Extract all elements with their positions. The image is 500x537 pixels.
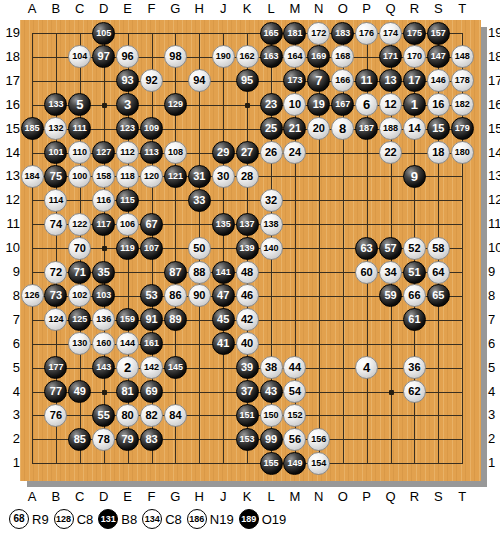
stone-D19[interactable]: 105: [92, 22, 115, 45]
stone-P15[interactable]: 187: [355, 117, 378, 140]
row-label-left-8: 8: [2, 288, 20, 304]
stone-M5[interactable]: 44: [283, 356, 306, 379]
col-label-top-M: M: [283, 1, 307, 16]
stone-Q16[interactable]: 12: [379, 93, 402, 116]
stone-R8[interactable]: 66: [403, 284, 426, 307]
stone-F17[interactable]: 92: [140, 69, 163, 92]
stone-G18[interactable]: 98: [164, 45, 187, 68]
stone-G13[interactable]: 121: [164, 165, 187, 188]
stone-K17[interactable]: 95: [236, 69, 259, 92]
row-label-left-1: 1: [2, 455, 20, 471]
stone-C18[interactable]: 104: [68, 45, 91, 68]
col-label-top-A: A: [20, 1, 44, 16]
stone-R16[interactable]: 1: [403, 93, 426, 116]
col-label-top-T: T: [450, 1, 474, 16]
row-label-left-11: 11: [2, 216, 20, 232]
col-label-top-K: K: [235, 1, 259, 16]
stone-E4[interactable]: 81: [116, 380, 139, 403]
stone-D18[interactable]: 97: [92, 45, 115, 68]
row-label-right-16: 16: [488, 97, 500, 113]
stone-O18[interactable]: 168: [331, 45, 354, 68]
stone-E16[interactable]: 3: [116, 93, 139, 116]
stone-D6[interactable]: 160: [92, 332, 115, 355]
row-label-right-5: 5: [488, 360, 500, 376]
row-label-right-9: 9: [488, 264, 500, 280]
col-label-bottom-G: G: [163, 489, 187, 504]
stone-K9[interactable]: 48: [236, 261, 259, 284]
col-label-bottom-N: N: [307, 489, 331, 504]
stone-K10[interactable]: 139: [236, 237, 259, 260]
row-label-right-4: 4: [488, 384, 500, 400]
col-label-bottom-H: H: [187, 489, 211, 504]
row-label-left-6: 6: [2, 336, 20, 352]
stone-G5[interactable]: 145: [164, 356, 187, 379]
caption-move: 134C8: [142, 509, 182, 529]
stone-L19[interactable]: 165: [260, 22, 283, 45]
stone-C7[interactable]: 125: [68, 308, 91, 331]
stone-R19[interactable]: 175: [403, 22, 426, 45]
stone-K18[interactable]: 162: [236, 45, 259, 68]
row-label-right-6: 6: [488, 336, 500, 352]
stone-E15[interactable]: 123: [116, 117, 139, 140]
stone-E17[interactable]: 93: [116, 69, 139, 92]
col-label-bottom-T: T: [450, 489, 474, 504]
white-stone-badge: 134: [142, 509, 162, 529]
stone-T16[interactable]: 182: [451, 93, 474, 116]
stone-F13[interactable]: 120: [140, 165, 163, 188]
stone-E12[interactable]: 115: [116, 189, 139, 212]
stone-M14[interactable]: 24: [283, 141, 306, 164]
stone-K8[interactable]: 46: [236, 284, 259, 307]
stone-A15[interactable]: 185: [21, 117, 44, 140]
col-label-top-S: S: [426, 1, 450, 16]
stone-J13[interactable]: 30: [212, 165, 235, 188]
row-label-right-12: 12: [488, 192, 500, 208]
row-label-right-1: 1: [488, 455, 500, 471]
stone-G14[interactable]: 108: [164, 141, 187, 164]
stone-S18[interactable]: 147: [427, 45, 450, 68]
stone-F10[interactable]: 107: [140, 237, 163, 260]
col-label-top-F: F: [140, 1, 164, 16]
stone-S10[interactable]: 58: [427, 237, 450, 260]
stone-O19[interactable]: 183: [331, 22, 354, 45]
col-label-top-Q: Q: [379, 1, 403, 16]
stone-J14[interactable]: 29: [212, 141, 235, 164]
stone-E6[interactable]: 144: [116, 332, 139, 355]
row-label-right-14: 14: [488, 145, 500, 161]
stone-L3[interactable]: 150: [260, 404, 283, 427]
move-annotations: 68R9128C8131B8134C8186N19189O19: [9, 506, 286, 532]
stone-C14[interactable]: 110: [68, 141, 91, 164]
col-label-bottom-R: R: [402, 489, 426, 504]
stone-C6[interactable]: 130: [68, 332, 91, 355]
row-label-right-13: 13: [488, 168, 500, 184]
stone-F15[interactable]: 109: [140, 117, 163, 140]
black-stone-badge: 189: [239, 509, 259, 529]
col-label-bottom-L: L: [259, 489, 283, 504]
stone-P5[interactable]: 4: [355, 356, 378, 379]
stone-M17[interactable]: 173: [283, 69, 306, 92]
stone-E18[interactable]: 96: [116, 45, 139, 68]
stone-M18[interactable]: 164: [283, 45, 306, 68]
stone-F8[interactable]: 53: [140, 284, 163, 307]
stone-C13[interactable]: 100: [68, 165, 91, 188]
col-label-bottom-E: E: [116, 489, 140, 504]
stone-B7[interactable]: 124: [44, 308, 67, 331]
stone-D9[interactable]: 35: [92, 261, 115, 284]
caption-coordinate: N19: [210, 512, 234, 527]
go-game-diagram: 1051651811721831761741751571049796981901…: [0, 0, 500, 537]
stone-M3[interactable]: 152: [283, 404, 306, 427]
row-label-right-17: 17: [488, 73, 500, 89]
stone-P10[interactable]: 63: [355, 237, 378, 260]
grid-line: [32, 463, 463, 464]
stone-B5[interactable]: 177: [44, 356, 67, 379]
stone-D7[interactable]: 136: [92, 308, 115, 331]
col-label-bottom-A: A: [20, 489, 44, 504]
stone-L4[interactable]: 43: [260, 380, 283, 403]
stone-R9[interactable]: 51: [403, 261, 426, 284]
stone-Q10[interactable]: 57: [379, 237, 402, 260]
col-label-bottom-Q: Q: [379, 489, 403, 504]
stone-O16[interactable]: 167: [331, 93, 354, 116]
stone-N19[interactable]: 172: [307, 22, 330, 45]
stone-F5[interactable]: 142: [140, 356, 163, 379]
stone-Q19[interactable]: 174: [379, 22, 402, 45]
stone-C15[interactable]: 111: [68, 117, 91, 140]
caption-move: 186N19: [187, 509, 234, 529]
row-label-left-3: 3: [2, 407, 20, 423]
stone-H12[interactable]: 33: [188, 189, 211, 212]
caption-coordinate: B8: [121, 512, 137, 527]
stone-M1[interactable]: 149: [283, 452, 306, 475]
stone-M16[interactable]: 10: [283, 93, 306, 116]
stone-F2[interactable]: 83: [140, 428, 163, 451]
stone-S19[interactable]: 157: [427, 22, 450, 45]
stone-B11[interactable]: 74: [44, 213, 67, 236]
stone-N16[interactable]: 19: [307, 93, 330, 116]
stone-C11[interactable]: 122: [68, 213, 91, 236]
go-board[interactable]: 1051651811721831761741751571049796981901…: [20, 20, 481, 481]
stone-L18[interactable]: 163: [260, 45, 283, 68]
stone-Q17[interactable]: 13: [379, 69, 402, 92]
stone-Q15[interactable]: 188: [379, 117, 402, 140]
stone-J9[interactable]: 141: [212, 261, 235, 284]
stone-F14[interactable]: 113: [140, 141, 163, 164]
stone-M2[interactable]: 56: [283, 428, 306, 451]
stone-R13[interactable]: 9: [403, 165, 426, 188]
stone-J6[interactable]: 41: [212, 332, 235, 355]
stone-B3[interactable]: 76: [44, 404, 67, 427]
row-label-left-14: 14: [2, 145, 20, 161]
stone-D8[interactable]: 103: [92, 284, 115, 307]
stone-R5[interactable]: 36: [403, 356, 426, 379]
stone-N1[interactable]: 154: [307, 452, 330, 475]
col-label-bottom-D: D: [92, 489, 116, 504]
stone-P17[interactable]: 11: [355, 69, 378, 92]
stone-A13[interactable]: 184: [21, 165, 44, 188]
stone-C10[interactable]: 70: [68, 237, 91, 260]
stone-K7[interactable]: 42: [236, 308, 259, 331]
stone-M19[interactable]: 181: [283, 22, 306, 45]
stone-S14[interactable]: 18: [427, 141, 450, 164]
col-label-top-N: N: [307, 1, 331, 16]
stone-N2[interactable]: 156: [307, 428, 330, 451]
stone-S15[interactable]: 15: [427, 117, 450, 140]
row-label-left-4: 4: [2, 384, 20, 400]
stone-Q14[interactable]: 22: [379, 141, 402, 164]
row-label-left-19: 19: [2, 25, 20, 41]
stone-T14[interactable]: 180: [451, 141, 474, 164]
col-label-top-H: H: [187, 1, 211, 16]
stone-L16[interactable]: 23: [260, 93, 283, 116]
stone-T18[interactable]: 148: [451, 45, 474, 68]
stone-L1[interactable]: 155: [260, 452, 283, 475]
stone-K4[interactable]: 37: [236, 380, 259, 403]
stone-R7[interactable]: 61: [403, 308, 426, 331]
caption-coordinate: C8: [165, 512, 182, 527]
stone-N18[interactable]: 169: [307, 45, 330, 68]
col-label-top-B: B: [44, 1, 68, 16]
stone-K3[interactable]: 151: [236, 404, 259, 427]
row-label-left-2: 2: [2, 431, 20, 447]
stone-E5[interactable]: 2: [116, 356, 139, 379]
row-label-right-8: 8: [488, 288, 500, 304]
row-label-right-2: 2: [488, 431, 500, 447]
stone-D11[interactable]: 117: [92, 213, 115, 236]
stone-A8[interactable]: 126: [21, 284, 44, 307]
stone-G7[interactable]: 89: [164, 308, 187, 331]
caption-coordinate: O19: [262, 512, 287, 527]
caption-move: 131B8: [98, 509, 137, 529]
stone-R4[interactable]: 62: [403, 380, 426, 403]
stone-J8[interactable]: 47: [212, 284, 235, 307]
stone-F3[interactable]: 82: [140, 404, 163, 427]
col-label-top-P: P: [355, 1, 379, 16]
stone-K2[interactable]: 153: [236, 428, 259, 451]
stone-E2[interactable]: 79: [116, 428, 139, 451]
star-point: [102, 246, 107, 251]
stone-N15[interactable]: 20: [307, 117, 330, 140]
row-label-right-19: 19: [488, 25, 500, 41]
stone-S8[interactable]: 65: [427, 284, 450, 307]
row-label-left-7: 7: [2, 312, 20, 328]
stone-G3[interactable]: 84: [164, 404, 187, 427]
stone-G9[interactable]: 87: [164, 261, 187, 284]
white-stone-badge: 186: [187, 509, 207, 529]
col-label-top-J: J: [211, 1, 235, 16]
stone-F4[interactable]: 69: [140, 380, 163, 403]
stone-K11[interactable]: 137: [236, 213, 259, 236]
stone-B15[interactable]: 132: [44, 117, 67, 140]
stone-N17[interactable]: 7: [307, 69, 330, 92]
stone-C2[interactable]: 85: [68, 428, 91, 451]
stone-L5[interactable]: 38: [260, 356, 283, 379]
stone-B13[interactable]: 75: [44, 165, 67, 188]
stone-C16[interactable]: 5: [68, 93, 91, 116]
white-stone-badge: 68: [9, 509, 29, 529]
row-label-left-5: 5: [2, 360, 20, 376]
stone-E7[interactable]: 159: [116, 308, 139, 331]
col-label-top-D: D: [92, 1, 116, 16]
stone-B12[interactable]: 114: [44, 189, 67, 212]
stone-S9[interactable]: 64: [427, 261, 450, 284]
col-label-bottom-S: S: [426, 489, 450, 504]
stone-E13[interactable]: 118: [116, 165, 139, 188]
stone-B9[interactable]: 72: [44, 261, 67, 284]
stone-D2[interactable]: 78: [92, 428, 115, 451]
col-label-bottom-J: J: [211, 489, 235, 504]
col-label-top-R: R: [402, 1, 426, 16]
stone-H13[interactable]: 31: [188, 165, 211, 188]
stone-O15[interactable]: 8: [331, 117, 354, 140]
stone-K14[interactable]: 27: [236, 141, 259, 164]
stone-T17[interactable]: 178: [451, 69, 474, 92]
star-point: [102, 390, 107, 395]
stone-P9[interactable]: 60: [355, 261, 378, 284]
stone-R10[interactable]: 52: [403, 237, 426, 260]
stone-O17[interactable]: 166: [331, 69, 354, 92]
stone-G16[interactable]: 129: [164, 93, 187, 116]
row-label-left-10: 10: [2, 240, 20, 256]
row-label-right-18: 18: [488, 49, 500, 65]
star-point: [389, 390, 394, 395]
stone-L10[interactable]: 140: [260, 237, 283, 260]
stone-L12[interactable]: 32: [260, 189, 283, 212]
col-label-bottom-F: F: [140, 489, 164, 504]
col-label-top-E: E: [116, 1, 140, 16]
row-label-left-9: 9: [2, 264, 20, 280]
stone-G8[interactable]: 86: [164, 284, 187, 307]
stone-Q8[interactable]: 59: [379, 284, 402, 307]
stone-L2[interactable]: 99: [260, 428, 283, 451]
caption-coordinate: C8: [77, 512, 94, 527]
stone-P19[interactable]: 176: [355, 22, 378, 45]
stone-L11[interactable]: 138: [260, 213, 283, 236]
stone-E14[interactable]: 112: [116, 141, 139, 164]
col-label-top-O: O: [331, 1, 355, 16]
stone-L15[interactable]: 25: [260, 117, 283, 140]
col-label-bottom-M: M: [283, 489, 307, 504]
caption-coordinate: R9: [32, 512, 49, 527]
row-label-right-11: 11: [488, 216, 500, 232]
row-label-left-13: 13: [2, 168, 20, 184]
stone-B8[interactable]: 73: [44, 284, 67, 307]
stone-H9[interactable]: 88: [188, 261, 211, 284]
row-label-right-15: 15: [488, 121, 500, 137]
stone-C9[interactable]: 71: [68, 261, 91, 284]
stone-E10[interactable]: 119: [116, 237, 139, 260]
col-label-bottom-B: B: [44, 489, 68, 504]
stone-D12[interactable]: 116: [92, 189, 115, 212]
stone-H8[interactable]: 90: [188, 284, 211, 307]
stone-R18[interactable]: 170: [403, 45, 426, 68]
col-label-bottom-C: C: [68, 489, 92, 504]
black-stone-badge: 131: [98, 509, 118, 529]
stone-B14[interactable]: 101: [44, 141, 67, 164]
col-label-top-C: C: [68, 1, 92, 16]
stone-K6[interactable]: 40: [236, 332, 259, 355]
stone-F6[interactable]: 161: [140, 332, 163, 355]
stone-C4[interactable]: 49: [68, 380, 91, 403]
stone-Q9[interactable]: 34: [379, 261, 402, 284]
stone-R17[interactable]: 17: [403, 69, 426, 92]
stone-D5[interactable]: 143: [92, 356, 115, 379]
row-label-left-17: 17: [2, 73, 20, 89]
stone-Q18[interactable]: 171: [379, 45, 402, 68]
stone-M4[interactable]: 54: [283, 380, 306, 403]
stone-K5[interactable]: 39: [236, 356, 259, 379]
stone-T15[interactable]: 179: [451, 117, 474, 140]
stone-P16[interactable]: 6: [355, 93, 378, 116]
stone-L14[interactable]: 26: [260, 141, 283, 164]
stone-S17[interactable]: 146: [427, 69, 450, 92]
row-label-left-18: 18: [2, 49, 20, 65]
stone-J18[interactable]: 190: [212, 45, 235, 68]
stone-J11[interactable]: 135: [212, 213, 235, 236]
caption-move: 189O19: [239, 509, 287, 529]
row-label-left-12: 12: [2, 192, 20, 208]
stone-E11[interactable]: 106: [116, 213, 139, 236]
col-label-bottom-O: O: [331, 489, 355, 504]
stone-E3[interactable]: 80: [116, 404, 139, 427]
col-label-top-G: G: [163, 1, 187, 16]
stone-S16[interactable]: 16: [427, 93, 450, 116]
col-label-top-L: L: [259, 1, 283, 16]
row-label-right-3: 3: [488, 407, 500, 423]
row-label-left-16: 16: [2, 97, 20, 113]
stone-H10[interactable]: 50: [188, 237, 211, 260]
row-label-left-15: 15: [2, 121, 20, 137]
stone-H17[interactable]: 94: [188, 69, 211, 92]
col-label-bottom-K: K: [235, 489, 259, 504]
caption-move: 68R9: [9, 509, 49, 529]
stone-F11[interactable]: 67: [140, 213, 163, 236]
white-stone-badge: 128: [54, 509, 74, 529]
star-point: [102, 103, 107, 108]
stone-M15[interactable]: 21: [283, 117, 306, 140]
stone-B16[interactable]: 133: [44, 93, 67, 116]
stone-C8[interactable]: 102: [68, 284, 91, 307]
col-label-bottom-P: P: [355, 489, 379, 504]
stone-R15[interactable]: 14: [403, 117, 426, 140]
caption-move: 128C8: [54, 509, 94, 529]
stone-B4[interactable]: 77: [44, 380, 67, 403]
stone-D14[interactable]: 127: [92, 141, 115, 164]
stone-D13[interactable]: 158: [92, 165, 115, 188]
row-label-right-10: 10: [488, 240, 500, 256]
star-point: [245, 103, 250, 108]
stone-F7[interactable]: 91: [140, 308, 163, 331]
stone-J7[interactable]: 45: [212, 308, 235, 331]
stone-D3[interactable]: 55: [92, 404, 115, 427]
stone-K13[interactable]: 28: [236, 165, 259, 188]
row-label-right-7: 7: [488, 312, 500, 328]
